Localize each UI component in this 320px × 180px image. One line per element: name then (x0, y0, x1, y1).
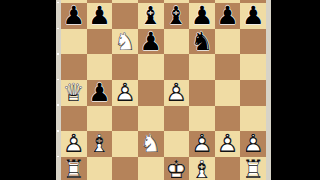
white-rook[interactable]: ♜♖ (61, 157, 87, 180)
square-a4[interactable]: ♛♕ (61, 80, 87, 106)
frame-marker-dots (57, 2, 59, 180)
square-f2[interactable]: ♟♙ (189, 131, 215, 157)
square-c2[interactable] (112, 131, 138, 157)
square-b2[interactable]: ♝♗ (87, 131, 113, 157)
square-e6[interactable] (164, 29, 190, 55)
square-b7[interactable]: ♟ (87, 3, 113, 29)
square-c6[interactable]: ♞♘ (112, 29, 138, 55)
square-c4[interactable]: ♟♙ (112, 80, 138, 106)
white-pawn[interactable]: ♟♙ (61, 131, 87, 157)
square-h6[interactable] (240, 29, 266, 55)
black-knight[interactable]: ♞ (189, 29, 215, 55)
square-c5[interactable] (112, 54, 138, 80)
square-a2[interactable]: ♟♙ (61, 131, 87, 157)
black-pawn[interactable]: ♟ (240, 3, 266, 29)
square-e4[interactable]: ♟♙ (164, 80, 190, 106)
square-f5[interactable] (189, 54, 215, 80)
square-b3[interactable] (87, 106, 113, 132)
square-e1[interactable]: ♚♔ (164, 157, 190, 180)
white-pawn[interactable]: ♟♙ (164, 80, 190, 106)
white-pawn[interactable]: ♟♙ (240, 131, 266, 157)
black-pawn-icon: ♟ (189, 3, 215, 29)
white-rook-outline-icon: ♖ (240, 157, 266, 180)
black-pawn[interactable]: ♟ (138, 29, 164, 55)
square-a7[interactable]: ♟ (61, 3, 87, 29)
square-f3[interactable] (189, 106, 215, 132)
white-pawn[interactable]: ♟♙ (189, 131, 215, 157)
white-bishop[interactable]: ♝♗ (87, 131, 113, 157)
square-h7[interactable]: ♟ (240, 3, 266, 29)
black-pawn-icon: ♟ (215, 3, 241, 29)
white-pawn[interactable]: ♟♙ (112, 80, 138, 106)
square-h2[interactable]: ♟♙ (240, 131, 266, 157)
square-d4[interactable] (138, 80, 164, 106)
square-b4[interactable]: ♟ (87, 80, 113, 106)
square-c3[interactable] (112, 106, 138, 132)
square-f7[interactable]: ♟ (189, 3, 215, 29)
black-pawn[interactable]: ♟ (87, 3, 113, 29)
letterbox-left (0, 0, 56, 180)
square-g7[interactable]: ♟ (215, 3, 241, 29)
square-g4[interactable] (215, 80, 241, 106)
white-pawn-outline-icon: ♙ (61, 131, 87, 157)
chess-board-grid: ♜♞♛♚♜♟♟♝♝♟♟♟♞♘♟♞♛♕♟♟♙♟♙♟♙♝♗♞♘♟♙♟♙♟♙♜♖♚♔♝… (61, 0, 266, 180)
square-f6[interactable]: ♞ (189, 29, 215, 55)
black-knight-icon: ♞ (189, 29, 215, 55)
white-rook-outline-icon: ♖ (61, 157, 87, 180)
square-a3[interactable] (61, 106, 87, 132)
black-pawn-icon: ♟ (87, 80, 113, 106)
black-pawn-icon: ♟ (61, 3, 87, 29)
square-g2[interactable]: ♟♙ (215, 131, 241, 157)
white-queen-outline-icon: ♕ (61, 80, 87, 106)
square-h4[interactable] (240, 80, 266, 106)
white-bishop-outline-icon: ♗ (189, 157, 215, 180)
black-bishop-icon: ♝ (138, 3, 164, 29)
square-h3[interactable] (240, 106, 266, 132)
white-pawn-outline-icon: ♙ (240, 131, 266, 157)
square-g3[interactable] (215, 106, 241, 132)
white-knight-outline-icon: ♘ (138, 131, 164, 157)
white-bishop-outline-icon: ♗ (87, 131, 113, 157)
square-e5[interactable] (164, 54, 190, 80)
chess-board: ♜♞♛♚♜♟♟♝♝♟♟♟♞♘♟♞♛♕♟♟♙♟♙♟♙♝♗♞♘♟♙♟♙♟♙♜♖♚♔♝… (61, 0, 266, 180)
black-bishop[interactable]: ♝ (164, 3, 190, 29)
black-bishop-icon: ♝ (164, 3, 190, 29)
black-pawn-icon: ♟ (87, 3, 113, 29)
square-b5[interactable] (87, 54, 113, 80)
square-e7[interactable]: ♝ (164, 3, 190, 29)
square-d2[interactable]: ♞♘ (138, 131, 164, 157)
square-b6[interactable] (87, 29, 113, 55)
square-g6[interactable] (215, 29, 241, 55)
white-knight[interactable]: ♞♘ (112, 29, 138, 55)
black-pawn-icon: ♟ (240, 3, 266, 29)
black-pawn[interactable]: ♟ (215, 3, 241, 29)
square-d6[interactable]: ♟ (138, 29, 164, 55)
square-h1[interactable]: ♜♖ (240, 157, 266, 180)
white-rook[interactable]: ♜♖ (240, 157, 266, 180)
white-bishop[interactable]: ♝♗ (189, 157, 215, 180)
square-g1[interactable] (215, 157, 241, 180)
square-a5[interactable] (61, 54, 87, 80)
white-pawn-outline-icon: ♙ (112, 80, 138, 106)
white-pawn-outline-icon: ♙ (215, 131, 241, 157)
white-knight[interactable]: ♞♘ (138, 131, 164, 157)
square-h5[interactable] (240, 54, 266, 80)
black-pawn-icon: ♟ (138, 29, 164, 55)
square-f1[interactable]: ♝♗ (189, 157, 215, 180)
white-pawn[interactable]: ♟♙ (215, 131, 241, 157)
square-e2[interactable] (164, 131, 190, 157)
white-pawn-outline-icon: ♙ (189, 131, 215, 157)
square-e3[interactable] (164, 106, 190, 132)
white-king[interactable]: ♚♔ (164, 157, 190, 180)
square-d7[interactable]: ♝ (138, 3, 164, 29)
black-bishop[interactable]: ♝ (138, 3, 164, 29)
white-pawn-outline-icon: ♙ (164, 80, 190, 106)
square-d1[interactable] (138, 157, 164, 180)
square-b1[interactable] (87, 157, 113, 180)
white-queen[interactable]: ♛♕ (61, 80, 87, 106)
square-a6[interactable] (61, 29, 87, 55)
square-d5[interactable] (138, 54, 164, 80)
square-g5[interactable] (215, 54, 241, 80)
letterbox-right (271, 0, 320, 180)
black-pawn[interactable]: ♟ (87, 80, 113, 106)
square-f4[interactable] (189, 80, 215, 106)
white-king-outline-icon: ♔ (164, 157, 190, 180)
square-c1[interactable] (112, 157, 138, 180)
black-pawn[interactable]: ♟ (61, 3, 87, 29)
square-d3[interactable] (138, 106, 164, 132)
square-c7[interactable] (112, 3, 138, 29)
square-a1[interactable]: ♜♖ (61, 157, 87, 180)
black-pawn[interactable]: ♟ (189, 3, 215, 29)
white-knight-outline-icon: ♘ (112, 29, 138, 55)
